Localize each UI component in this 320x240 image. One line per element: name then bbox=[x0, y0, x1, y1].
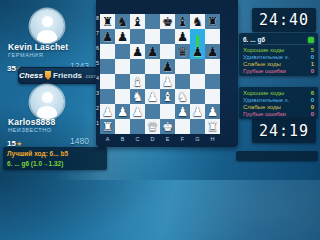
analysis-value: 1 bbox=[311, 61, 314, 67]
piece-black-pawn-a7: ♟ bbox=[100, 29, 115, 44]
avatar-bottom-icon[interactable] bbox=[30, 85, 64, 119]
analysis-row-3: Грубые ошибки0 bbox=[243, 67, 314, 74]
piece-black-pawn-f7: ♟ bbox=[175, 29, 190, 44]
square-f5[interactable] bbox=[175, 59, 190, 74]
square-e5[interactable]: ♟ bbox=[160, 59, 175, 74]
rank-label-3: 3 bbox=[96, 90, 101, 96]
piece-white-pawn-e4: ♟ bbox=[160, 74, 175, 89]
piece-white-knight-f3: ♞ bbox=[175, 89, 190, 104]
piece-black-knight-g8: ♞ bbox=[190, 14, 205, 29]
square-a7[interactable]: ♟ bbox=[100, 29, 115, 44]
analysis-value: 0 bbox=[311, 111, 314, 117]
piece-black-pawn-b7: ♟ bbox=[115, 29, 130, 44]
square-h1[interactable]: ♜ bbox=[205, 119, 220, 134]
square-b1[interactable] bbox=[115, 119, 130, 134]
square-a4[interactable] bbox=[100, 74, 115, 89]
piece-black-pawn-c6: ♟ bbox=[130, 44, 145, 59]
analysis-row-1: Удивительные х.0 bbox=[243, 96, 314, 103]
file-label-F: F bbox=[175, 136, 190, 142]
square-g3[interactable] bbox=[190, 89, 205, 104]
square-g5[interactable] bbox=[190, 59, 205, 74]
file-label-E: E bbox=[160, 136, 175, 142]
square-a5[interactable] bbox=[100, 59, 115, 74]
piece-black-pawn-h6: ♟ bbox=[205, 44, 220, 59]
square-c3[interactable]: ♞ bbox=[130, 89, 145, 104]
square-d8[interactable] bbox=[145, 14, 160, 29]
square-c2[interactable]: ♟ bbox=[130, 104, 145, 119]
square-a6[interactable] bbox=[100, 44, 115, 59]
square-h4[interactable] bbox=[205, 74, 220, 89]
chessfriends-logo: Chess Friends .com bbox=[18, 67, 98, 84]
clock-bottom: 24:19 bbox=[252, 118, 316, 143]
square-d7[interactable] bbox=[145, 29, 160, 44]
square-d6[interactable]: ♟ bbox=[145, 44, 160, 59]
analysis-row-3: Грубые ошибки0 bbox=[243, 110, 314, 117]
square-g7[interactable] bbox=[190, 29, 205, 44]
square-e4[interactable]: ♟ bbox=[160, 74, 175, 89]
piece-black-pawn-e5: ♟ bbox=[160, 59, 175, 74]
square-d4[interactable] bbox=[145, 74, 160, 89]
square-h8[interactable]: ♜ bbox=[205, 14, 220, 29]
piece-white-pawn-a2: ♟ bbox=[100, 104, 115, 119]
piece-white-bishop-e3: ♝ bbox=[160, 89, 175, 104]
square-c1[interactable] bbox=[130, 119, 145, 134]
piece-white-pawn-c2: ♟ bbox=[130, 104, 145, 119]
file-label-G: G bbox=[190, 136, 205, 142]
square-g6[interactable]: ♟ bbox=[190, 44, 205, 59]
square-e3[interactable]: ♝ bbox=[160, 89, 175, 104]
piece-white-queen-d1: ♛ bbox=[145, 119, 160, 134]
piece-white-bishop-c4: ♝ bbox=[130, 74, 145, 89]
square-h7[interactable] bbox=[205, 29, 220, 44]
player-top-block bbox=[30, 9, 64, 43]
piece-black-king-e8: ♚ bbox=[160, 14, 175, 29]
square-f1[interactable] bbox=[175, 119, 190, 134]
logo-shield-icon bbox=[45, 71, 51, 80]
piece-black-queen-f6: ♛ bbox=[175, 44, 190, 59]
analysis-row-0: Хорошие ходы6 bbox=[243, 89, 314, 96]
file-label-D: D bbox=[145, 136, 160, 142]
star-icon: ★ bbox=[16, 140, 22, 147]
piece-black-pawn-d6: ♟ bbox=[145, 44, 160, 59]
logo-text-chess: Chess bbox=[19, 71, 43, 80]
analysis-value: 0 bbox=[311, 68, 314, 74]
file-label-A: A bbox=[100, 136, 115, 142]
move-quality-badge bbox=[308, 37, 314, 43]
square-b2[interactable]: ♟ bbox=[115, 104, 130, 119]
piece-white-pawn-b2: ♟ bbox=[115, 104, 130, 119]
piece-black-pawn-g6: ♟ bbox=[190, 44, 205, 59]
clock-top: 24:40 bbox=[252, 8, 316, 32]
piece-white-pawn-g2: ♟ bbox=[190, 104, 205, 119]
analysis-label: Хорошие ходы bbox=[243, 47, 284, 53]
analysis-label: Хорошие ходы bbox=[243, 90, 284, 96]
avatar-top-icon[interactable] bbox=[30, 9, 64, 43]
file-label-H: H bbox=[205, 136, 220, 142]
logo-text-friends: Friends bbox=[53, 71, 82, 80]
rank-label-5: 5 bbox=[96, 60, 101, 66]
chess-board[interactable]: ♜♞♝♚♝♞♜♟♟♟♟♟♛♟♟♟♝♟♞♟♝♞♟♟♟♟♟♟♜♛♚♜ bbox=[100, 14, 220, 134]
file-label-C: C bbox=[130, 136, 145, 142]
piece-black-bishop-f8: ♝ bbox=[175, 14, 190, 29]
analysis-value: 5 bbox=[311, 47, 314, 53]
analysis-value: 0 bbox=[311, 54, 314, 60]
square-g2[interactable]: ♟ bbox=[190, 104, 205, 119]
piece-white-pawn-d3: ♟ bbox=[145, 89, 160, 104]
square-f7[interactable]: ♟ bbox=[175, 29, 190, 44]
piece-white-rook-a1: ♜ bbox=[100, 119, 115, 134]
square-h6[interactable]: ♟ bbox=[205, 44, 220, 59]
player-bottom-block bbox=[30, 85, 64, 119]
square-e1[interactable]: ♚ bbox=[160, 119, 175, 134]
analysis-label: Удивительные х. bbox=[243, 97, 289, 103]
avatar-head-icon bbox=[42, 92, 53, 103]
square-g4[interactable] bbox=[190, 74, 205, 89]
analysis-row-1: Удивительные х.0 bbox=[243, 53, 314, 60]
square-d5[interactable] bbox=[145, 59, 160, 74]
square-g1[interactable] bbox=[190, 119, 205, 134]
analysis-label: Удивительные х. bbox=[243, 54, 289, 60]
analysis-panel-bottom: Хорошие ходы6Удивительные х.0Слабые ходы… bbox=[239, 87, 318, 119]
player-bottom-rating: 1480 bbox=[70, 136, 89, 146]
square-e2[interactable] bbox=[160, 104, 175, 119]
square-a8[interactable]: ♜ bbox=[100, 14, 115, 29]
square-f2[interactable]: ♟ bbox=[175, 104, 190, 119]
square-b6[interactable] bbox=[115, 44, 130, 59]
square-h2[interactable]: ♟ bbox=[205, 104, 220, 119]
player-bottom-name: Karlos8888 bbox=[8, 117, 96, 127]
square-c5[interactable] bbox=[130, 59, 145, 74]
best-move-hint: Лучший ход: 6... b5 bbox=[7, 150, 103, 157]
square-f6[interactable]: ♛ bbox=[175, 44, 190, 59]
analysis-row-2: Слабые ходы0 bbox=[243, 103, 314, 110]
piece-black-knight-b8: ♞ bbox=[115, 14, 130, 29]
hint-panel: Лучший ход: 6... b5 6. ... g6 (1.0→1.32) bbox=[3, 147, 107, 170]
piece-white-pawn-f2: ♟ bbox=[175, 104, 190, 119]
piece-white-knight-c3: ♞ bbox=[130, 89, 145, 104]
square-e7[interactable] bbox=[160, 29, 175, 44]
piece-black-rook-a8: ♜ bbox=[100, 14, 115, 29]
analysis-value: 0 bbox=[311, 97, 314, 103]
square-d3[interactable]: ♟ bbox=[145, 89, 160, 104]
square-c8[interactable]: ♝ bbox=[130, 14, 145, 29]
square-h5[interactable] bbox=[205, 59, 220, 74]
piece-white-king-e1: ♚ bbox=[160, 119, 175, 134]
square-b5[interactable] bbox=[115, 59, 130, 74]
file-label-B: B bbox=[115, 136, 130, 142]
analysis-value: 6 bbox=[311, 90, 314, 96]
square-b3[interactable] bbox=[115, 89, 130, 104]
square-f4[interactable] bbox=[175, 74, 190, 89]
square-a2[interactable]: ♟ bbox=[100, 104, 115, 119]
square-b4[interactable] bbox=[115, 74, 130, 89]
square-d2[interactable] bbox=[145, 104, 160, 119]
square-c4[interactable]: ♝ bbox=[130, 74, 145, 89]
player-top-name: Kevin Laschet bbox=[8, 42, 96, 52]
rank-label-4: 4 bbox=[96, 75, 101, 81]
square-a3[interactable] bbox=[100, 89, 115, 104]
analysis-panel-top: 6. ... g6 Хорошие ходы5Удивительные х.0С… bbox=[239, 33, 318, 76]
square-c6[interactable]: ♟ bbox=[130, 44, 145, 59]
square-h3[interactable] bbox=[205, 89, 220, 104]
analysis-label: Слабые ходы bbox=[243, 104, 281, 110]
avatar-head-icon bbox=[42, 16, 53, 27]
analysis-label: Грубые ошибки bbox=[243, 111, 286, 117]
square-e8[interactable]: ♚ bbox=[160, 14, 175, 29]
piece-white-pawn-h2: ♟ bbox=[205, 104, 220, 119]
file-labels: ABCDEFGH bbox=[100, 136, 220, 142]
square-b7[interactable]: ♟ bbox=[115, 29, 130, 44]
square-b8[interactable]: ♞ bbox=[115, 14, 130, 29]
analysis-row-2: Слабые ходы1 bbox=[243, 60, 314, 67]
square-f3[interactable]: ♞ bbox=[175, 89, 190, 104]
analysis-label: Слабые ходы bbox=[243, 61, 281, 67]
analysis-row-0: Хорошие ходы5 bbox=[243, 46, 314, 53]
played-move-eval: 6. ... g6 (1.0→1.32) bbox=[7, 160, 103, 167]
bottom-right-bar bbox=[236, 151, 318, 161]
rank-label-6: 6 bbox=[96, 45, 101, 51]
piece-black-rook-h8: ♜ bbox=[205, 14, 220, 29]
analysis-label: Грубые ошибки bbox=[243, 68, 286, 74]
piece-white-rook-h1: ♜ bbox=[205, 119, 220, 134]
piece-black-bishop-c8: ♝ bbox=[130, 14, 145, 29]
square-f8[interactable]: ♝ bbox=[175, 14, 190, 29]
square-d1[interactable]: ♛ bbox=[145, 119, 160, 134]
board-frame: ♜♞♝♚♝♞♜♟♟♟♟♟♛♟♟♟♝♟♞♟♝♞♟♟♟♟♟♟♜♛♚♜ ABCDEFG… bbox=[96, 0, 238, 147]
square-a1[interactable]: ♜ bbox=[100, 119, 115, 134]
square-g8[interactable]: ♞ bbox=[190, 14, 205, 29]
analysis-value: 0 bbox=[311, 104, 314, 110]
square-e6[interactable] bbox=[160, 44, 175, 59]
last-move-label: 6. ... g6 bbox=[243, 36, 265, 43]
square-c7[interactable] bbox=[130, 29, 145, 44]
